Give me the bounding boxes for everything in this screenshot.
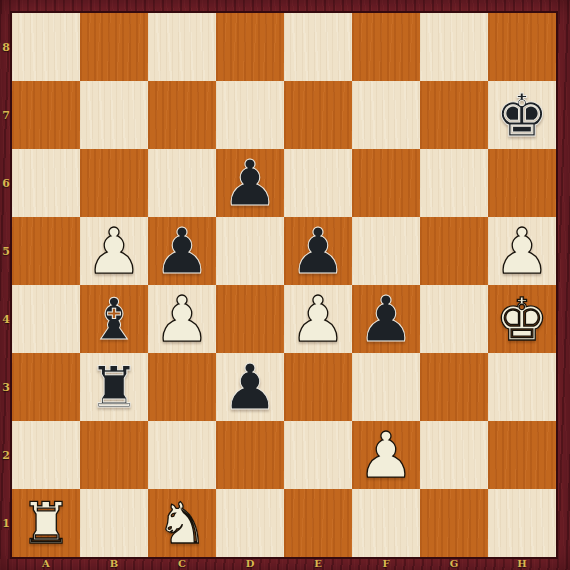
square-a4[interactable]: [12, 285, 80, 353]
file-label-f: F: [352, 557, 420, 570]
black-pawn[interactable]: ♟: [154, 220, 210, 283]
square-e2[interactable]: [284, 421, 352, 489]
square-b6[interactable]: [80, 149, 148, 217]
square-a8[interactable]: [12, 13, 80, 81]
square-a2[interactable]: [12, 421, 80, 489]
rank-label-7: 7: [0, 81, 12, 149]
square-g8[interactable]: [420, 13, 488, 81]
square-c6[interactable]: [148, 149, 216, 217]
square-h4[interactable]: ♚: [488, 285, 556, 353]
square-e3[interactable]: [284, 353, 352, 421]
black-rook[interactable]: ♜: [88, 359, 139, 416]
rank-label-8: 8: [0, 13, 12, 81]
rank-label-2: 2: [0, 421, 12, 489]
square-g6[interactable]: [420, 149, 488, 217]
rank-label-3: 3: [0, 353, 12, 421]
square-b7[interactable]: [80, 81, 148, 149]
square-g3[interactable]: [420, 353, 488, 421]
file-labels: ABCDEFGH: [12, 557, 556, 570]
square-h2[interactable]: [488, 421, 556, 489]
black-bishop[interactable]: ♝: [88, 291, 139, 348]
square-c7[interactable]: [148, 81, 216, 149]
square-c5[interactable]: ♟: [148, 217, 216, 285]
square-d3[interactable]: ♟: [216, 353, 284, 421]
white-pawn[interactable]: ♟: [154, 288, 210, 351]
black-king[interactable]: ♚: [496, 86, 549, 145]
square-c4[interactable]: ♟: [148, 285, 216, 353]
square-a5[interactable]: [12, 217, 80, 285]
square-g4[interactable]: [420, 285, 488, 353]
square-f7[interactable]: [352, 81, 420, 149]
white-pawn[interactable]: ♟: [290, 288, 346, 351]
square-e6[interactable]: [284, 149, 352, 217]
square-b1[interactable]: [80, 489, 148, 557]
square-g7[interactable]: [420, 81, 488, 149]
square-f1[interactable]: [352, 489, 420, 557]
black-pawn[interactable]: ♟: [358, 288, 414, 351]
square-a6[interactable]: [12, 149, 80, 217]
rank-label-4: 4: [0, 285, 12, 353]
square-b5[interactable]: ♟: [80, 217, 148, 285]
square-a7[interactable]: [12, 81, 80, 149]
rank-label-1: 1: [0, 489, 12, 557]
white-rook[interactable]: ♜: [20, 495, 71, 552]
square-f5[interactable]: [352, 217, 420, 285]
square-b4[interactable]: ♝: [80, 285, 148, 353]
square-d8[interactable]: [216, 13, 284, 81]
white-king[interactable]: ♚: [496, 290, 549, 349]
board-grid: ♚♟♟♟♟♟♝♟♟♟♚♜♟♟♜♞: [12, 13, 556, 557]
square-h5[interactable]: ♟: [488, 217, 556, 285]
square-a1[interactable]: ♜: [12, 489, 80, 557]
rank-label-5: 5: [0, 217, 12, 285]
square-e1[interactable]: [284, 489, 352, 557]
square-h1[interactable]: [488, 489, 556, 557]
white-pawn[interactable]: ♟: [494, 220, 550, 283]
square-g2[interactable]: [420, 421, 488, 489]
file-label-e: E: [284, 557, 352, 570]
file-label-c: C: [148, 557, 216, 570]
rank-labels: 87654321: [0, 13, 12, 557]
square-c1[interactable]: ♞: [148, 489, 216, 557]
square-f4[interactable]: ♟: [352, 285, 420, 353]
black-pawn[interactable]: ♟: [222, 356, 278, 419]
black-pawn[interactable]: ♟: [290, 220, 346, 283]
white-pawn[interactable]: ♟: [358, 424, 414, 487]
square-g5[interactable]: [420, 217, 488, 285]
square-h3[interactable]: [488, 353, 556, 421]
file-label-a: A: [12, 557, 80, 570]
square-b3[interactable]: ♜: [80, 353, 148, 421]
square-e5[interactable]: ♟: [284, 217, 352, 285]
square-f2[interactable]: ♟: [352, 421, 420, 489]
square-h7[interactable]: ♚: [488, 81, 556, 149]
square-f6[interactable]: [352, 149, 420, 217]
square-h8[interactable]: [488, 13, 556, 81]
square-d1[interactable]: [216, 489, 284, 557]
square-a3[interactable]: [12, 353, 80, 421]
square-c3[interactable]: [148, 353, 216, 421]
square-d2[interactable]: [216, 421, 284, 489]
black-pawn[interactable]: ♟: [222, 152, 278, 215]
square-f8[interactable]: [352, 13, 420, 81]
square-f3[interactable]: [352, 353, 420, 421]
square-d4[interactable]: [216, 285, 284, 353]
square-h6[interactable]: [488, 149, 556, 217]
white-pawn[interactable]: ♟: [86, 220, 142, 283]
file-label-h: H: [488, 557, 556, 570]
white-knight[interactable]: ♞: [156, 495, 207, 552]
square-c8[interactable]: [148, 13, 216, 81]
chess-board-frame: 87654321 ♚♟♟♟♟♟♝♟♟♟♚♜♟♟♜♞ ABCDEFGH: [0, 0, 570, 570]
square-b8[interactable]: [80, 13, 148, 81]
square-c2[interactable]: [148, 421, 216, 489]
file-label-d: D: [216, 557, 284, 570]
square-d6[interactable]: ♟: [216, 149, 284, 217]
square-e8[interactable]: [284, 13, 352, 81]
file-label-b: B: [80, 557, 148, 570]
square-g1[interactable]: [420, 489, 488, 557]
square-e7[interactable]: [284, 81, 352, 149]
file-label-g: G: [420, 557, 488, 570]
square-d5[interactable]: [216, 217, 284, 285]
square-d7[interactable]: [216, 81, 284, 149]
rank-label-6: 6: [0, 149, 12, 217]
square-b2[interactable]: [80, 421, 148, 489]
square-e4[interactable]: ♟: [284, 285, 352, 353]
